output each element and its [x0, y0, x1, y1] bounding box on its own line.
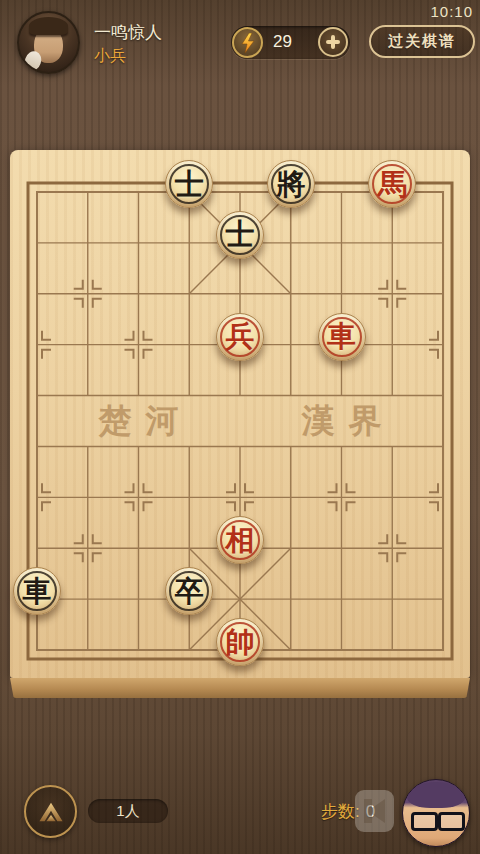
online-count: 1人 — [116, 802, 139, 821]
watermark — [355, 790, 394, 832]
red-soldier[interactable]: 兵 — [216, 313, 264, 361]
lightning-icon — [232, 27, 263, 58]
clock-time: 10:10 — [430, 3, 473, 20]
red-elephant[interactable]: 相 — [216, 516, 264, 564]
river-label-left: 楚河 — [85, 399, 193, 444]
black-chariot[interactable]: 車 — [13, 567, 61, 615]
avatar-collar — [22, 49, 43, 73]
black-advisor[interactable]: 士 — [216, 211, 264, 259]
black-general[interactable]: 將 — [267, 160, 315, 208]
online-count-badge: 1人 — [88, 799, 168, 823]
red-horse[interactable]: 馬 — [368, 160, 416, 208]
glasses-icon — [411, 812, 438, 831]
piece-layer: 楚河 漢界 士將馬士兵車相車卒帥 — [37, 192, 443, 650]
piece-glyph: 將 — [276, 170, 305, 199]
player-name: 一鸣惊人 — [94, 21, 162, 44]
xiangqi-board[interactable]: 楚河 漢界 士將馬士兵車相車卒帥 — [10, 150, 470, 678]
black-soldier[interactable]: 卒 — [165, 567, 213, 615]
piece-glyph: 兵 — [226, 322, 255, 351]
black-advisor[interactable]: 士 — [165, 160, 213, 208]
energy-pill: 29 — [231, 26, 350, 59]
level-records-button[interactable]: 过关棋谱 — [369, 25, 475, 58]
expand-menu-button[interactable] — [24, 785, 77, 838]
player-rank: 小兵 — [94, 46, 126, 67]
piece-glyph: 士 — [175, 170, 204, 199]
player-avatar[interactable] — [17, 11, 80, 74]
add-energy-button[interactable] — [318, 27, 348, 57]
board-edge — [10, 678, 470, 698]
chevron-up-icon — [36, 798, 66, 826]
red-general[interactable]: 帥 — [216, 618, 264, 666]
energy-count: 29 — [273, 32, 292, 52]
opponent-avatar[interactable] — [402, 779, 470, 847]
move-counter-label: 步数: — [321, 802, 360, 821]
red-chariot[interactable]: 車 — [318, 313, 366, 361]
river-label-right: 漢界 — [288, 399, 396, 444]
piece-glyph: 馬 — [378, 170, 407, 199]
piece-glyph: 卒 — [175, 577, 204, 606]
piece-glyph: 車 — [327, 322, 356, 351]
piece-glyph: 車 — [23, 577, 52, 606]
piece-glyph: 士 — [226, 220, 255, 249]
piece-glyph: 相 — [226, 526, 255, 555]
piece-glyph: 帥 — [226, 628, 255, 657]
app-screen: 10:10 一鸣惊人 小兵 29 过关棋谱 楚河 漢界 士將馬士兵車相車卒帥 — [0, 0, 480, 854]
